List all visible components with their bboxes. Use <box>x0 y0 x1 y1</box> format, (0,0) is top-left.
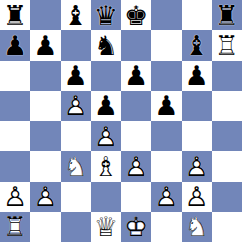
piece-white-king: ♚♔ <box>121 212 151 242</box>
piece-black-rook: ♜ <box>215 2 239 29</box>
square-g2[interactable]: ♟♙ <box>182 182 212 212</box>
square-e3[interactable]: ♟♙ <box>121 151 151 181</box>
piece-white-pawn: ♟♙ <box>182 151 212 181</box>
square-f5[interactable]: ♟ <box>151 91 181 121</box>
square-a6[interactable] <box>0 61 30 91</box>
square-c5[interactable]: ♟♙ <box>61 91 91 121</box>
square-h6[interactable] <box>212 61 242 91</box>
square-g6[interactable]: ♟ <box>182 61 212 91</box>
piece-white-king-outline: ♔ <box>121 212 151 242</box>
square-a7[interactable]: ♟ <box>0 30 30 60</box>
piece-white-queen-outline: ♕ <box>91 212 121 242</box>
piece-white-pawn: ♟♙ <box>151 182 181 212</box>
piece-black-bishop: ♝ <box>185 32 209 59</box>
square-g1[interactable]: ♞♘ <box>182 212 212 242</box>
square-d1[interactable]: ♛♕ <box>91 212 121 242</box>
piece-white-rook: ♜♖ <box>0 212 30 242</box>
piece-white-pawn-outline: ♙ <box>182 151 212 181</box>
piece-white-pawn-outline: ♙ <box>121 151 151 181</box>
piece-white-bishop-outline: ♗ <box>91 151 121 181</box>
piece-white-rook: ♜♖ <box>212 30 242 60</box>
piece-black-pawn: ♟ <box>124 62 148 89</box>
square-f7[interactable] <box>151 30 181 60</box>
piece-white-pawn-outline: ♙ <box>61 91 91 121</box>
piece-white-knight-fill: ♞ <box>182 212 212 242</box>
square-h7[interactable]: ♜♖ <box>212 30 242 60</box>
piece-white-knight: ♞♘ <box>182 212 212 242</box>
square-h2[interactable] <box>212 182 242 212</box>
piece-white-pawn-fill: ♟ <box>182 182 212 212</box>
square-b8[interactable] <box>30 0 60 30</box>
square-e8[interactable]: ♚ <box>121 0 151 30</box>
square-e7[interactable] <box>121 30 151 60</box>
piece-white-bishop: ♝♗ <box>91 151 121 181</box>
piece-black-bishop: ♝ <box>64 2 88 29</box>
square-c1[interactable] <box>61 212 91 242</box>
piece-black-pawn: ♟ <box>33 32 57 59</box>
square-c3[interactable]: ♞♘ <box>61 151 91 181</box>
square-b5[interactable] <box>30 91 60 121</box>
square-a8[interactable]: ♜ <box>0 0 30 30</box>
square-f4[interactable] <box>151 121 181 151</box>
square-b1[interactable] <box>30 212 60 242</box>
piece-white-rook-outline: ♖ <box>0 212 30 242</box>
square-h8[interactable]: ♜ <box>212 0 242 30</box>
piece-white-pawn-fill: ♟ <box>91 121 121 151</box>
square-b2[interactable]: ♟♙ <box>30 182 60 212</box>
piece-white-pawn-outline: ♙ <box>151 182 181 212</box>
piece-white-queen-fill: ♛ <box>91 212 121 242</box>
square-c2[interactable] <box>61 182 91 212</box>
piece-white-rook-fill: ♜ <box>0 212 30 242</box>
piece-white-pawn-outline: ♙ <box>30 182 60 212</box>
piece-white-pawn: ♟♙ <box>182 182 212 212</box>
piece-white-pawn-fill: ♟ <box>61 91 91 121</box>
square-e6[interactable]: ♟ <box>121 61 151 91</box>
square-b4[interactable] <box>30 121 60 151</box>
square-d3[interactable]: ♝♗ <box>91 151 121 181</box>
square-a5[interactable] <box>0 91 30 121</box>
piece-white-pawn-fill: ♟ <box>30 182 60 212</box>
piece-white-knight: ♞♘ <box>61 151 91 181</box>
piece-black-king: ♚ <box>124 2 148 29</box>
square-c8[interactable]: ♝ <box>61 0 91 30</box>
square-g8[interactable] <box>182 0 212 30</box>
piece-white-pawn-fill: ♟ <box>182 151 212 181</box>
square-h5[interactable] <box>212 91 242 121</box>
piece-white-pawn: ♟♙ <box>30 182 60 212</box>
piece-white-pawn-outline: ♙ <box>182 182 212 212</box>
piece-white-rook-fill: ♜ <box>212 30 242 60</box>
square-f1[interactable] <box>151 212 181 242</box>
piece-white-pawn-fill: ♟ <box>151 182 181 212</box>
piece-white-queen: ♛♕ <box>91 212 121 242</box>
piece-white-bishop-fill: ♝ <box>91 151 121 181</box>
piece-white-knight-outline: ♘ <box>61 151 91 181</box>
square-b3[interactable] <box>30 151 60 181</box>
square-e5[interactable] <box>121 91 151 121</box>
piece-black-pawn: ♟ <box>3 32 27 59</box>
square-b6[interactable] <box>30 61 60 91</box>
square-a4[interactable] <box>0 121 30 151</box>
piece-black-pawn: ♟ <box>154 92 178 119</box>
square-f3[interactable] <box>151 151 181 181</box>
square-e1[interactable]: ♚♔ <box>121 212 151 242</box>
piece-white-pawn: ♟♙ <box>91 121 121 151</box>
square-d8[interactable]: ♛ <box>91 0 121 30</box>
piece-black-queen: ♛ <box>94 2 118 29</box>
square-g3[interactable]: ♟♙ <box>182 151 212 181</box>
square-d6[interactable] <box>91 61 121 91</box>
square-g5[interactable] <box>182 91 212 121</box>
piece-white-pawn-fill: ♟ <box>121 151 151 181</box>
square-f8[interactable] <box>151 0 181 30</box>
piece-white-pawn: ♟♙ <box>0 182 30 212</box>
square-d7[interactable]: ♞ <box>91 30 121 60</box>
square-c7[interactable] <box>61 30 91 60</box>
square-a2[interactable]: ♟♙ <box>0 182 30 212</box>
square-d4[interactable]: ♟♙ <box>91 121 121 151</box>
piece-black-knight: ♞ <box>94 32 118 59</box>
piece-black-pawn: ♟ <box>94 92 118 119</box>
square-f2[interactable]: ♟♙ <box>151 182 181 212</box>
square-f6[interactable] <box>151 61 181 91</box>
square-d2[interactable] <box>91 182 121 212</box>
square-c6[interactable]: ♟ <box>61 61 91 91</box>
square-g4[interactable] <box>182 121 212 151</box>
square-h1[interactable] <box>212 212 242 242</box>
square-h3[interactable] <box>212 151 242 181</box>
square-h4[interactable] <box>212 121 242 151</box>
square-c4[interactable] <box>61 121 91 151</box>
piece-black-pawn: ♟ <box>64 62 88 89</box>
square-e2[interactable] <box>121 182 151 212</box>
piece-white-pawn: ♟♙ <box>61 91 91 121</box>
piece-white-knight-outline: ♘ <box>182 212 212 242</box>
piece-white-pawn-outline: ♙ <box>91 121 121 151</box>
square-b7[interactable]: ♟ <box>30 30 60 60</box>
piece-white-knight-fill: ♞ <box>61 151 91 181</box>
piece-white-rook-outline: ♖ <box>212 30 242 60</box>
piece-white-pawn-outline: ♙ <box>0 182 30 212</box>
square-e4[interactable] <box>121 121 151 151</box>
square-g7[interactable]: ♝ <box>182 30 212 60</box>
piece-white-pawn: ♟♙ <box>121 151 151 181</box>
piece-black-pawn: ♟ <box>185 62 209 89</box>
piece-white-king-fill: ♚ <box>121 212 151 242</box>
square-a1[interactable]: ♜♖ <box>0 212 30 242</box>
square-a3[interactable] <box>0 151 30 181</box>
chess-board: ♜♝♛♚♜♟♟♞♝♜♖♟♟♟♟♙♟♟♟♙♞♘♝♗♟♙♟♙♟♙♟♙♟♙♟♙♜♖♛♕… <box>0 0 242 242</box>
piece-white-pawn-fill: ♟ <box>0 182 30 212</box>
square-d5[interactable]: ♟ <box>91 91 121 121</box>
piece-black-rook: ♜ <box>3 2 27 29</box>
